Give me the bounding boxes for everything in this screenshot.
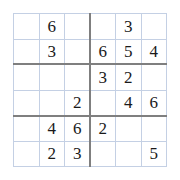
cell-r6c1[interactable] [14,142,39,167]
cell-r2c5: 5 [116,40,141,65]
box-divider-vertical [89,13,91,167]
cell-r4c4[interactable] [91,91,116,116]
cell-r5c5[interactable] [116,116,141,141]
cell-r5c1[interactable] [14,116,39,141]
cell-r1c1[interactable] [14,14,39,39]
cell-r1c3[interactable] [65,14,90,39]
cell-r3c1[interactable] [14,65,39,90]
cell-r4c5: 4 [116,91,141,116]
cell-r4c1[interactable] [14,91,39,116]
cell-r3c5: 2 [116,65,141,90]
cell-r2c2: 3 [40,40,65,65]
cell-r3c2[interactable] [40,65,65,90]
cell-r1c6[interactable] [142,14,167,39]
cell-r3c6[interactable] [142,65,167,90]
cell-r3c3[interactable] [65,65,90,90]
cell-r1c2: 6 [40,14,65,39]
cell-r2c3[interactable] [65,40,90,65]
cell-r6c4[interactable] [91,142,116,167]
cell-r6c6: 5 [142,142,167,167]
cell-r4c6: 6 [142,91,167,116]
cell-r2c4: 6 [91,40,116,65]
cell-r6c2: 2 [40,142,65,167]
cell-r6c5[interactable] [116,142,141,167]
box-divider-horizontal-2 [13,115,167,117]
cell-r1c5: 3 [116,14,141,39]
cell-r4c3: 2 [65,91,90,116]
cell-r2c6: 4 [142,40,167,65]
box-divider-horizontal-1 [13,63,167,65]
cell-r6c3: 3 [65,142,90,167]
cell-r2c1[interactable] [14,40,39,65]
cell-r4c2[interactable] [40,91,65,116]
sudoku-board: 63365432246462235 [13,13,167,167]
cell-r5c2: 4 [40,116,65,141]
cell-r5c3: 6 [65,116,90,141]
cell-r3c4: 3 [91,65,116,90]
cell-r5c6[interactable] [142,116,167,141]
cell-r5c4: 2 [91,116,116,141]
cell-r1c4[interactable] [91,14,116,39]
